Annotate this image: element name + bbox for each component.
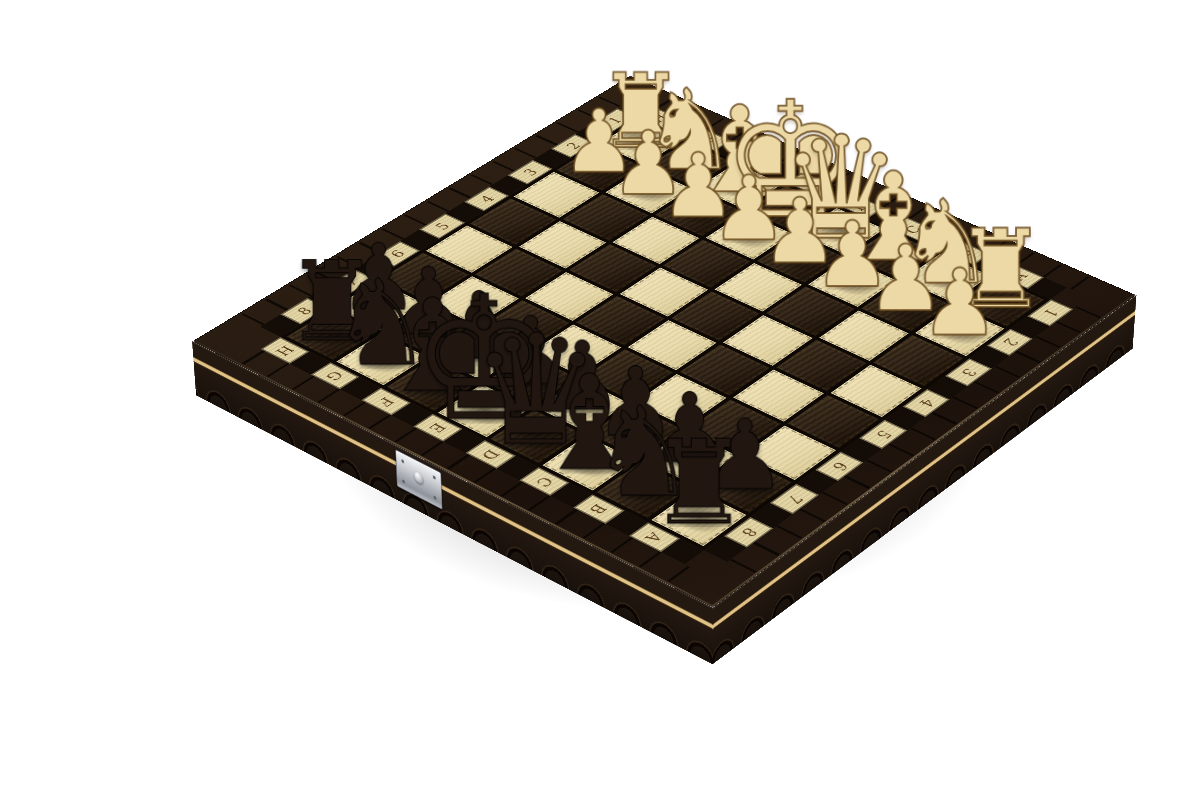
clasp-knob-icon (414, 470, 424, 486)
scene: HGFEDCBA HGFEDCBA 12345678 12345678 ♜♞♝♚… (0, 0, 1200, 791)
clasp-screws-icon (401, 459, 404, 464)
